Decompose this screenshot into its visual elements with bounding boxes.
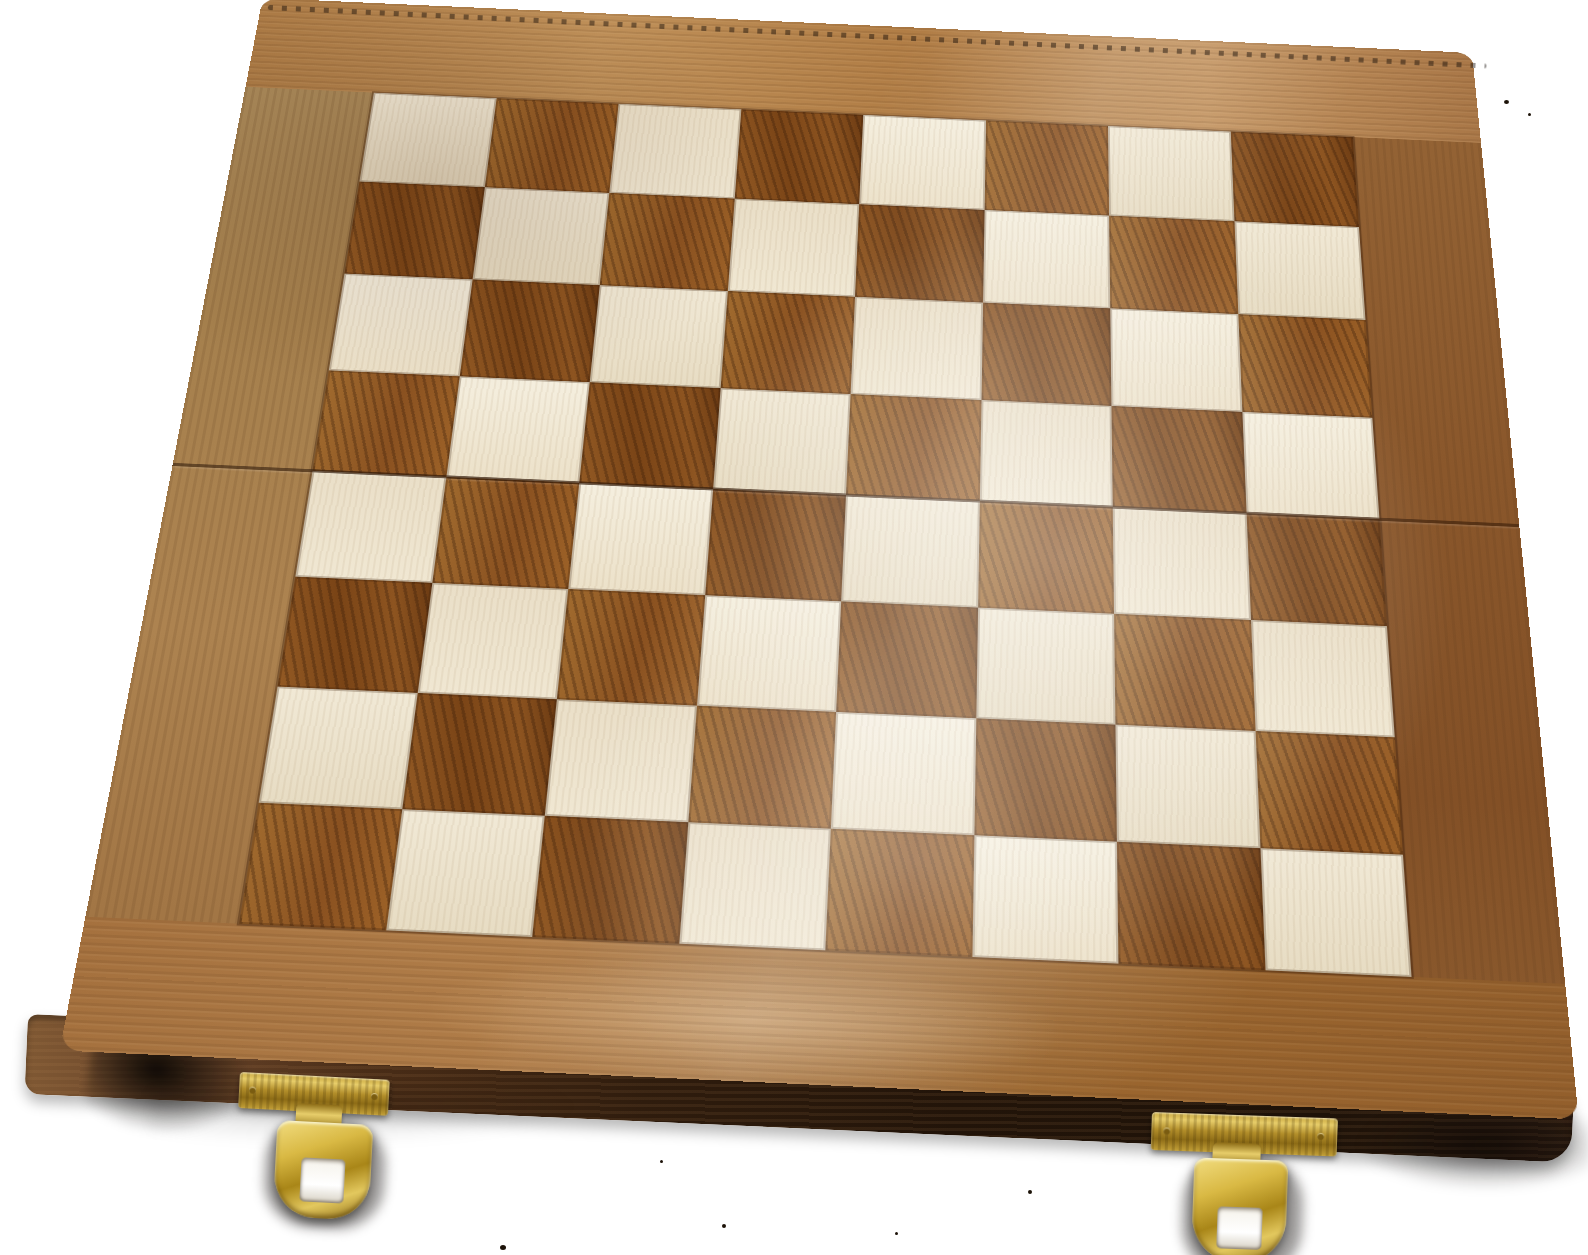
square-b1 [386, 809, 545, 937]
square-a3 [278, 576, 432, 693]
square-g5 [1111, 406, 1246, 514]
square-a4 [295, 471, 445, 583]
square-e3 [836, 601, 977, 718]
square-h5 [1242, 411, 1380, 519]
square-b8 [484, 98, 618, 192]
chess-board [60, 0, 1579, 1119]
dust-speck [722, 1224, 726, 1228]
square-b7 [472, 187, 609, 285]
square-h3 [1250, 620, 1394, 738]
square-h4 [1246, 513, 1387, 626]
square-a2 [259, 687, 417, 809]
square-c1 [532, 815, 688, 943]
square-h6 [1238, 314, 1372, 417]
square-e6 [851, 297, 983, 400]
latch-hasp-hole [1216, 1206, 1262, 1250]
square-a6 [329, 274, 472, 376]
square-g6 [1110, 308, 1242, 411]
square-b6 [459, 279, 599, 381]
square-d3 [697, 595, 842, 712]
screw-icon [371, 1093, 378, 1100]
square-h8 [1230, 132, 1359, 227]
square-g8 [1108, 126, 1234, 221]
screw-icon [249, 1087, 256, 1094]
square-d6 [720, 291, 855, 394]
square-e4 [841, 495, 979, 607]
square-g7 [1109, 215, 1238, 314]
square-d4 [705, 489, 846, 601]
square-b3 [417, 582, 568, 699]
screw-icon [1163, 1127, 1170, 1134]
dust-speck [895, 1232, 898, 1235]
square-f8 [984, 120, 1109, 215]
square-d5 [713, 388, 851, 495]
square-d2 [688, 706, 836, 829]
screw-icon [1317, 1133, 1324, 1140]
square-a1 [239, 802, 402, 930]
square-c2 [545, 699, 697, 822]
square-g4 [1113, 507, 1251, 619]
square-e5 [846, 394, 981, 501]
square-c5 [579, 382, 720, 489]
square-h1 [1260, 848, 1412, 977]
square-f7 [983, 210, 1111, 309]
square-f6 [981, 303, 1111, 406]
board-squares [239, 93, 1411, 977]
square-f3 [976, 607, 1116, 724]
square-f1 [972, 835, 1119, 964]
square-h2 [1255, 731, 1403, 854]
square-d1 [679, 822, 831, 951]
square-d7 [727, 198, 859, 297]
square-f4 [978, 501, 1114, 613]
square-c6 [590, 285, 728, 388]
square-e7 [855, 204, 984, 303]
square-d8 [734, 109, 863, 204]
board-perspective-wrapper [60, 0, 1579, 1119]
square-f5 [979, 400, 1112, 507]
dust-speck [500, 1245, 506, 1250]
dust-speck [1504, 100, 1509, 104]
square-b4 [432, 477, 579, 589]
latch-hasp [1191, 1158, 1289, 1255]
dust-speck [1528, 113, 1531, 116]
latch-hasp-hole [299, 1157, 345, 1203]
square-e1 [825, 828, 974, 957]
square-e8 [859, 115, 985, 210]
square-g2 [1115, 725, 1259, 848]
square-h7 [1234, 221, 1365, 320]
cast-shadow-right-corner [1360, 1115, 1588, 1190]
dust-speck [1028, 1190, 1032, 1194]
square-b5 [446, 376, 590, 483]
square-c8 [609, 104, 741, 198]
latch-hasp [273, 1120, 374, 1221]
square-c4 [568, 483, 712, 595]
photo-stage [0, 0, 1588, 1255]
square-a5 [313, 370, 460, 477]
square-e2 [831, 712, 976, 835]
square-g1 [1117, 841, 1265, 970]
square-a7 [345, 181, 485, 279]
square-c7 [600, 193, 735, 291]
square-c3 [557, 589, 705, 706]
square-g3 [1114, 613, 1255, 731]
square-a8 [360, 93, 497, 187]
square-f2 [974, 718, 1117, 841]
dust-speck [660, 1160, 663, 1163]
square-b2 [402, 693, 557, 815]
